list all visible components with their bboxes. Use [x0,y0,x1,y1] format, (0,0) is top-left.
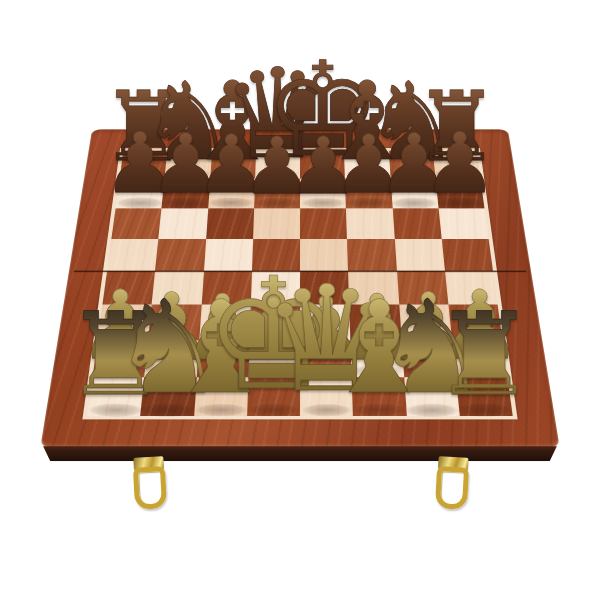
square-e6[interactable] [300,208,347,239]
square-h5[interactable] [441,239,493,271]
brass-clasp-right [428,456,475,520]
square-a5[interactable] [107,239,159,271]
box-front-edge [43,446,557,461]
square-b5[interactable] [155,239,205,271]
square-a6[interactable] [111,208,161,239]
piece-layer: ♜♞♝♛♚♝♞♜♟♟♟♟♟♟♟♟♟♟♟♟♟♟♟♟♜♞♝♚♛♝♞♜ [0,0,600,600]
square-c6[interactable] [206,208,254,239]
square-d6[interactable] [253,208,300,239]
square-g6[interactable] [392,208,441,239]
square-f6[interactable] [346,208,394,239]
white-rook-h1[interactable]: ♜ [433,298,535,412]
square-g5[interactable] [394,239,444,271]
square-h6[interactable] [438,208,488,239]
black-pawn-h7[interactable]: ♟ [422,122,497,205]
brass-clasp-left [126,456,173,520]
square-b6[interactable] [159,208,208,239]
clasp-loop [435,466,469,510]
chess-set-photo: ♜♞♝♛♚♝♞♜♟♟♟♟♟♟♟♟♟♟♟♟♟♟♟♟♜♞♝♚♛♝♞♜ [0,0,600,600]
clasp-loop [133,466,167,510]
